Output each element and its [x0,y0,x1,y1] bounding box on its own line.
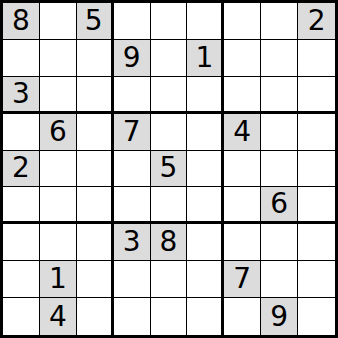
cell-r9c4[interactable] [114,298,151,335]
cell-r7c5: 8 [151,224,188,261]
cell-r8c1[interactable] [3,261,40,298]
cell-r3c8[interactable] [261,77,298,114]
cell-r3c9[interactable] [298,77,335,114]
cell-r9c5[interactable] [151,298,188,335]
cell-r6c3[interactable] [77,187,114,224]
cell-r2c1[interactable] [3,40,40,77]
cell-r2c3[interactable] [77,40,114,77]
cell-r8c8[interactable] [261,261,298,298]
cell-r2c7[interactable] [224,40,261,77]
cell-r9c9[interactable] [298,298,335,335]
cell-r7c4: 3 [114,224,151,261]
cell-r1c2[interactable] [40,3,77,40]
cell-r1c6[interactable] [187,3,224,40]
cell-r4c9[interactable] [298,114,335,151]
cell-r6c9[interactable] [298,187,335,224]
cell-r3c5[interactable] [151,77,188,114]
cell-r1c8[interactable] [261,3,298,40]
cell-r6c6[interactable] [187,187,224,224]
cell-r7c6[interactable] [187,224,224,261]
cell-r9c3[interactable] [77,298,114,335]
cell-r4c6[interactable] [187,114,224,151]
cell-r2c6: 1 [187,40,224,77]
cell-r1c5[interactable] [151,3,188,40]
cell-r8c4[interactable] [114,261,151,298]
cell-r7c8[interactable] [261,224,298,261]
cell-r4c5[interactable] [151,114,188,151]
cell-r3c1: 3 [3,77,40,114]
cell-r3c7[interactable] [224,77,261,114]
cell-r4c4: 7 [114,114,151,151]
cell-r3c3[interactable] [77,77,114,114]
cell-r6c1[interactable] [3,187,40,224]
cell-r8c3[interactable] [77,261,114,298]
cell-r9c7[interactable] [224,298,261,335]
cell-r8c2: 1 [40,261,77,298]
cell-r2c9[interactable] [298,40,335,77]
cell-r8c5[interactable] [151,261,188,298]
cell-r1c1: 8 [3,3,40,40]
cell-r4c1[interactable] [3,114,40,151]
cell-r1c7[interactable] [224,3,261,40]
sudoku-board: 852913674256381749 [0,0,338,338]
cell-r4c2: 6 [40,114,77,151]
cell-r9c8: 9 [261,298,298,335]
cell-r5c8[interactable] [261,151,298,188]
cell-r3c6[interactable] [187,77,224,114]
cell-r2c8[interactable] [261,40,298,77]
cell-r3c4[interactable] [114,77,151,114]
cell-r8c6[interactable] [187,261,224,298]
cell-r6c4[interactable] [114,187,151,224]
cell-r9c6[interactable] [187,298,224,335]
cell-r4c3[interactable] [77,114,114,151]
cell-r4c7: 4 [224,114,261,151]
cell-r2c5[interactable] [151,40,188,77]
cell-r5c7[interactable] [224,151,261,188]
cell-r1c3: 5 [77,3,114,40]
cell-r1c9: 2 [298,3,335,40]
cell-r5c5: 5 [151,151,188,188]
cell-r6c5[interactable] [151,187,188,224]
cell-r5c3[interactable] [77,151,114,188]
cell-r3c2[interactable] [40,77,77,114]
cell-r7c9[interactable] [298,224,335,261]
cell-r4c8[interactable] [261,114,298,151]
cell-r5c2[interactable] [40,151,77,188]
cell-r6c8: 6 [261,187,298,224]
cell-r5c4[interactable] [114,151,151,188]
cell-r6c2[interactable] [40,187,77,224]
cell-r2c2[interactable] [40,40,77,77]
cell-r7c7[interactable] [224,224,261,261]
cell-r7c1[interactable] [3,224,40,261]
cell-r1c4[interactable] [114,3,151,40]
cell-r8c7: 7 [224,261,261,298]
cell-r9c2: 4 [40,298,77,335]
cell-r5c1: 2 [3,151,40,188]
cell-r7c2[interactable] [40,224,77,261]
cell-r5c9[interactable] [298,151,335,188]
cell-r7c3[interactable] [77,224,114,261]
cell-r9c1[interactable] [3,298,40,335]
cell-r2c4: 9 [114,40,151,77]
cell-r8c9[interactable] [298,261,335,298]
cell-r5c6[interactable] [187,151,224,188]
cell-r6c7[interactable] [224,187,261,224]
